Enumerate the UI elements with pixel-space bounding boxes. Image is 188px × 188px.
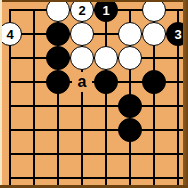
black-stone — [142, 70, 166, 94]
black-stone — [46, 46, 70, 70]
black-stone — [94, 70, 118, 94]
grid-line-horizontal — [9, 105, 188, 107]
white-stone — [94, 46, 118, 70]
black-stone — [46, 70, 70, 94]
black-stone — [46, 22, 70, 46]
board-border-bottom — [0, 185, 188, 188]
white-stone — [70, 22, 94, 46]
grid-line-horizontal — [9, 177, 188, 179]
grid-line-horizontal — [9, 129, 188, 131]
white-stone — [142, 0, 166, 22]
white-stone — [118, 46, 142, 70]
white-stone — [142, 22, 166, 46]
white-stone — [118, 22, 142, 46]
board-border-top — [0, 0, 188, 2]
move-stone-4: 4 — [0, 22, 22, 46]
black-stone — [118, 118, 142, 142]
white-stone — [70, 46, 94, 70]
grid-line-vertical — [105, 9, 107, 188]
grid-line-horizontal — [9, 153, 188, 155]
point-label-a: a — [72, 72, 92, 92]
board-border-right — [183, 0, 188, 188]
go-board: 2143a — [0, 0, 188, 188]
board-border-left — [0, 0, 2, 188]
grid-line-vertical — [33, 9, 35, 188]
move-stone-2: 2 — [70, 0, 94, 22]
white-stone — [46, 0, 70, 22]
move-stone-1: 1 — [94, 0, 118, 22]
black-stone — [118, 94, 142, 118]
go-corner-diagram: 2143a — [0, 0, 188, 188]
